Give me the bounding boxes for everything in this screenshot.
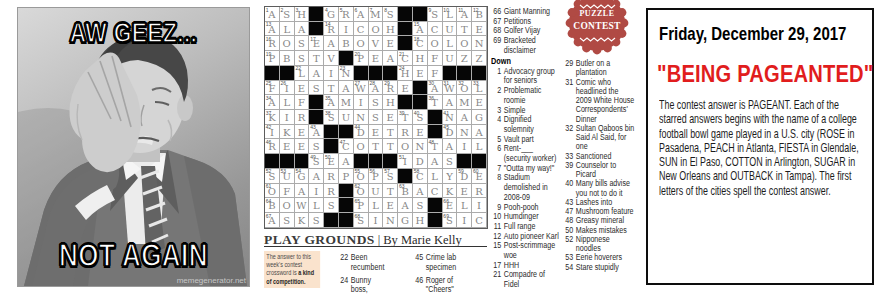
- grid-cell: T: [309, 51, 324, 66]
- grid-cell: W: [295, 198, 310, 213]
- black-cell: [428, 198, 443, 213]
- grid-cell: S: [280, 213, 295, 228]
- cell-letter: I: [398, 154, 412, 168]
- grid-cell: B: [280, 51, 295, 66]
- black-cell: [309, 22, 324, 37]
- cell-letter: C: [472, 213, 486, 227]
- grid-cell: A: [339, 81, 354, 96]
- grid-cell: 43A: [309, 125, 324, 140]
- cell-letter: B: [339, 36, 353, 50]
- grid-cell: T: [457, 22, 472, 37]
- grid-cell: 41N: [443, 110, 458, 125]
- grid-cell: A: [295, 184, 310, 199]
- grid-cell: E: [472, 95, 487, 110]
- grid-cell: L: [280, 95, 295, 110]
- crossword-grid: 1A2S3H4G5R6A7M8S9S10L11A12B13ALA14RICOH1…: [264, 6, 488, 229]
- cell-letter: O: [457, 36, 471, 50]
- grid-cell: E: [383, 198, 398, 213]
- cell-letter: I: [265, 125, 279, 139]
- cell-letter: K: [443, 184, 457, 198]
- cell-letter: E: [413, 66, 427, 80]
- grid-cell: K: [295, 213, 310, 228]
- grid-cell: U: [443, 22, 458, 37]
- grid-cell: 12B: [472, 7, 487, 22]
- cell-letter: K: [295, 213, 309, 227]
- black-cell: [443, 66, 458, 81]
- black-cell: [413, 81, 428, 96]
- clue-item: 1Advocacy group for seniors: [491, 67, 560, 86]
- cell-letter: I: [457, 139, 471, 153]
- cell-letter: N: [383, 213, 397, 227]
- grid-cell: 1A: [265, 7, 280, 22]
- cell-letter: E: [324, 154, 338, 168]
- grid-cell: L: [472, 139, 487, 154]
- cell-letter: C: [428, 22, 442, 36]
- clue-item-text: Nipponese noodles: [576, 235, 636, 254]
- grid-cell: 21C: [398, 51, 413, 66]
- clue-column-1: 66Giant Manning67Petitions68Golfer Vijay…: [491, 7, 560, 290]
- grid-cell: 61O: [265, 184, 280, 199]
- grid-cell: 69S: [443, 213, 458, 228]
- grid-cell: U: [369, 184, 384, 199]
- cell-letter: O: [369, 22, 383, 36]
- grid-cell: 18C: [413, 36, 428, 51]
- cell-letter: S: [309, 139, 323, 153]
- black-cell: [339, 51, 354, 66]
- clue-item-number: 1: [491, 67, 504, 86]
- grid-cell: O: [280, 198, 295, 213]
- cell-letter: N: [472, 36, 486, 50]
- grid-cell: 22L: [295, 66, 310, 81]
- cell-letter: E: [443, 198, 457, 212]
- clue-item-number: 22: [338, 253, 351, 272]
- grid-cell: M: [457, 95, 472, 110]
- grid-cell: L: [428, 169, 443, 184]
- cell-letter: K: [280, 125, 294, 139]
- grid-cell: R: [398, 125, 413, 140]
- clue-item: 29Butler on a plantation: [563, 59, 636, 78]
- cell-letter: T: [324, 81, 338, 95]
- cell-letter: U: [443, 51, 457, 65]
- grid-cell: E: [295, 81, 310, 96]
- cell-letter: L: [443, 36, 457, 50]
- cell-letter: W: [354, 81, 368, 95]
- grid-cell: A: [443, 139, 458, 154]
- cell-letter: S: [443, 154, 457, 168]
- grid-cell: G: [472, 110, 487, 125]
- grid-cell: E: [295, 139, 310, 154]
- cell-letter: D: [354, 125, 368, 139]
- clue-item-number: 15: [491, 241, 504, 260]
- grid-cell: 26I: [280, 81, 295, 96]
- grid-cell: A: [443, 95, 458, 110]
- cell-letter: S: [324, 110, 338, 124]
- grid-cell: 45D: [443, 125, 458, 140]
- bottom-clues-right: 45Crime lab specimen46Roger of "Cheers": [413, 253, 466, 295]
- cell-letter: O: [428, 36, 442, 50]
- grid-cell: 62O: [354, 184, 369, 199]
- grid-cell: V: [324, 51, 339, 66]
- cell-letter: A: [443, 139, 457, 153]
- grid-cell: 16R: [265, 36, 280, 51]
- grid-cell: E: [383, 36, 398, 51]
- grid-cell: 17E: [309, 36, 324, 51]
- cell-letter: I: [472, 198, 486, 212]
- cell-letter: C: [354, 22, 368, 36]
- grid-cell: L: [309, 198, 324, 213]
- clue-item-number: 24: [338, 276, 351, 295]
- cell-letter: E: [398, 81, 412, 95]
- cell-letter: A: [457, 7, 471, 21]
- grid-cell: L: [457, 198, 472, 213]
- clue-item: 6Rent-___ (security worker): [491, 144, 560, 163]
- grid-cell: F: [428, 66, 443, 81]
- black-cell: [369, 66, 384, 81]
- clue-item-number: 29: [563, 59, 576, 78]
- clue-item-number: 4: [491, 115, 504, 134]
- grid-cell: 44D: [354, 125, 369, 140]
- cell-letter: M: [369, 7, 383, 21]
- grid-cell: E: [413, 125, 428, 140]
- black-cell: [369, 154, 384, 169]
- cell-letter: R: [324, 169, 338, 183]
- black-cell: [339, 125, 354, 140]
- clue-item-number: 45: [413, 253, 426, 272]
- grid-cell: N: [354, 110, 369, 125]
- clue-item-number: 69: [491, 36, 504, 55]
- grid-cell: Y: [443, 169, 458, 184]
- grid-cell: H: [383, 22, 398, 37]
- cell-letter: N: [443, 110, 457, 124]
- cell-letter: T: [428, 139, 442, 153]
- cell-letter: S: [413, 198, 427, 212]
- cell-letter: S: [280, 7, 294, 21]
- grid-cell: S: [369, 95, 384, 110]
- grid-cell: N: [383, 213, 398, 228]
- black-cell: [398, 7, 413, 22]
- grid-cell: A: [339, 154, 354, 169]
- clue-item: 32Sultan Qaboos bin Said Al Said, for on…: [563, 124, 636, 152]
- clue-item-text: Roger of "Cheers": [426, 276, 466, 295]
- grid-cell: A: [309, 169, 324, 184]
- grid-cell: 54G: [295, 169, 310, 184]
- grid-cell: 37K: [265, 110, 280, 125]
- cell-letter: P: [339, 169, 353, 183]
- cell-letter: Y: [443, 169, 457, 183]
- date-heading: Friday, December 29, 2017: [659, 23, 846, 45]
- grid-cell: 31W: [443, 81, 458, 96]
- grid-cell: 24H: [398, 66, 413, 81]
- cell-letter: S: [428, 7, 442, 21]
- cell-letter: E: [295, 125, 309, 139]
- cell-letter: T: [428, 95, 442, 109]
- clue-item-text: Bunny boss, familiarly: [351, 276, 388, 295]
- clue-item: 4Dignified solemnity: [491, 115, 560, 134]
- clue-item: 52Nipponese noodles: [563, 235, 636, 254]
- contest-badge-seal: PUZZLE CONTEST: [560, 0, 634, 59]
- clue-item-text: Sultan Qaboos bin Said Al Said, for one: [576, 124, 636, 152]
- grid-cell: 35A: [324, 95, 339, 110]
- cell-letter: A: [295, 22, 309, 36]
- cell-letter: R: [324, 184, 338, 198]
- cell-letter: U: [443, 22, 457, 36]
- cell-letter: E: [383, 36, 397, 50]
- cell-letter: A: [309, 169, 323, 183]
- cell-letter: I: [339, 22, 353, 36]
- cell-letter: C: [398, 51, 412, 65]
- cell-letter: O: [354, 139, 368, 153]
- clue-item-text: Post-scrimmage woe: [504, 241, 560, 260]
- cell-letter: A: [443, 95, 457, 109]
- cell-letter: A: [457, 110, 471, 124]
- cell-letter: S: [309, 213, 323, 227]
- grid-cell: I: [324, 66, 339, 81]
- cell-letter: G: [472, 110, 486, 124]
- cell-letter: A: [398, 198, 412, 212]
- grid-cell: R: [295, 110, 310, 125]
- black-cell: [309, 95, 324, 110]
- black-cell: [428, 110, 443, 125]
- grid-cell: 57S: [383, 169, 398, 184]
- screenshot-canvas: AW GEEZ... NOT AGAIN memegenerator.net 1…: [0, 0, 880, 295]
- grid-cell: L: [443, 36, 458, 51]
- clue-column-2: 29Butler on a plantation31Comic who head…: [563, 59, 636, 272]
- title-rule: [264, 246, 487, 247]
- grid-cell: T: [383, 184, 398, 199]
- grid-cell: 42I: [265, 125, 280, 140]
- grid-cell: T: [369, 139, 384, 154]
- grid-cell: K: [280, 125, 295, 140]
- black-cell: [339, 198, 354, 213]
- grid-cell: R: [472, 184, 487, 199]
- cell-letter: R: [472, 184, 486, 198]
- cell-letter: G: [295, 169, 309, 183]
- grid-cell: I: [280, 110, 295, 125]
- black-cell: [309, 7, 324, 22]
- cell-letter: T: [398, 110, 412, 124]
- grid-cell: I: [354, 95, 369, 110]
- cell-letter: C: [413, 169, 427, 183]
- grid-cell: I: [369, 213, 384, 228]
- cell-letter: F: [280, 184, 294, 198]
- cell-letter: C: [413, 36, 427, 50]
- cell-letter: O: [457, 81, 471, 95]
- cell-letter: F: [428, 66, 442, 80]
- clue-item-text: Crime lab specimen: [426, 253, 466, 272]
- cell-letter: A: [295, 184, 309, 198]
- grid-cell: B: [339, 36, 354, 51]
- meme-photo: AW GEEZ... NOT AGAIN memegenerator.net: [17, 7, 250, 287]
- cell-letter: D: [443, 125, 457, 139]
- cell-letter: O: [354, 184, 368, 198]
- grid-cell: 56P: [369, 169, 384, 184]
- grid-cell: A: [309, 66, 324, 81]
- clue-item: 39Counselor to Picard: [563, 161, 636, 180]
- cell-letter: A: [428, 154, 442, 168]
- grid-cell: S: [295, 51, 310, 66]
- cell-letter: O: [354, 36, 368, 50]
- grid-cell: E: [457, 184, 472, 199]
- cell-letter: O: [280, 198, 294, 212]
- grid-cell: A: [413, 184, 428, 199]
- cell-letter: R: [383, 81, 397, 95]
- grid-cell: O: [457, 36, 472, 51]
- cell-letter: T: [383, 184, 397, 198]
- cell-letter: B: [398, 184, 412, 198]
- contest-answer-panel: Friday, December 29, 2017 "BEING PAGEANT…: [646, 8, 874, 285]
- cell-letter: N: [457, 125, 471, 139]
- cell-letter: T: [383, 125, 397, 139]
- grid-cell: G: [398, 213, 413, 228]
- grid-cell: 9S: [428, 7, 443, 22]
- grid-cell: A: [383, 51, 398, 66]
- cell-letter: I: [457, 213, 471, 227]
- grid-cell: I: [339, 22, 354, 37]
- black-cell: [457, 154, 472, 169]
- grid-cell: T: [383, 125, 398, 140]
- black-cell: [324, 139, 339, 154]
- grid-cell: D: [413, 154, 428, 169]
- clue-item-number: 21: [491, 270, 504, 289]
- grid-cell: 33L: [472, 81, 487, 96]
- grid-cell: 23N: [339, 66, 354, 81]
- grid-cell: 53U: [280, 169, 295, 184]
- grid-cell: N: [457, 125, 472, 140]
- grid-cell: A: [295, 22, 310, 37]
- grid-cell: F: [280, 184, 295, 199]
- grid-cell: E: [369, 125, 384, 140]
- grid-cell: A: [472, 125, 487, 140]
- grid-cell: 51I: [398, 154, 413, 169]
- cell-letter: B: [280, 51, 294, 65]
- cell-letter: O: [280, 36, 294, 50]
- grid-cell: 40S: [413, 110, 428, 125]
- cell-letter: E: [383, 198, 397, 212]
- grid-cell: 6A: [354, 7, 369, 22]
- cell-letter: E: [295, 139, 309, 153]
- cell-letter: A: [472, 125, 486, 139]
- grid-cell: 49S: [309, 154, 324, 169]
- cell-letter: S: [383, 7, 397, 21]
- badge-word-1: PUZZLE: [579, 9, 614, 18]
- grid-cell: 27W: [354, 81, 369, 96]
- grid-cell: 15A: [413, 22, 428, 37]
- cell-letter: L: [472, 81, 486, 95]
- black-cell: [428, 213, 443, 228]
- cell-letter: R: [324, 22, 338, 36]
- cell-letter: A: [309, 66, 323, 80]
- cell-letter: P: [354, 198, 368, 212]
- cell-letter: B: [265, 198, 279, 212]
- cell-letter: R: [265, 139, 279, 153]
- grid-cell: 67A: [265, 213, 280, 228]
- cell-letter: S: [295, 51, 309, 65]
- cell-letter: A: [354, 7, 368, 21]
- grid-cell: S: [443, 154, 458, 169]
- grid-cell: 66E: [443, 198, 458, 213]
- grid-cell: K: [443, 184, 458, 199]
- grid-cell: M: [339, 95, 354, 110]
- black-cell: [324, 213, 339, 228]
- down-header: Down: [491, 57, 560, 67]
- grid-cell: 47C: [339, 139, 354, 154]
- clue-item-number: 39: [563, 161, 576, 180]
- black-cell: [472, 154, 487, 169]
- cell-letter: L: [309, 198, 323, 212]
- cell-letter: E: [295, 81, 309, 95]
- cell-letter: F: [295, 95, 309, 109]
- clue-item: 15Post-scrimmage woe: [491, 241, 560, 260]
- grid-cell: 55O: [354, 169, 369, 184]
- cell-letter: H: [383, 95, 397, 109]
- clue-item-number: 31: [563, 78, 576, 124]
- grid-cell: Z: [472, 51, 487, 66]
- grid-cell: O: [354, 139, 369, 154]
- clue-item-number: 46: [413, 276, 426, 295]
- clue-item-text: Dignified solemnity: [504, 115, 560, 134]
- clue-item: 45Crime lab specimen: [413, 253, 466, 272]
- cell-letter: P: [369, 169, 383, 183]
- clue-item: 40Many bills advise you not to do it: [563, 179, 636, 198]
- clue-item: 8Stadium demolished in 2008-09: [491, 173, 560, 202]
- grid-cell: V: [369, 36, 384, 51]
- cell-letter: G: [324, 7, 338, 21]
- grid-cell: 28A: [369, 81, 384, 96]
- grid-cell: 68S: [354, 213, 369, 228]
- grid-cell: T: [383, 139, 398, 154]
- grid-cell: P: [339, 169, 354, 184]
- grid-cell: I: [457, 213, 472, 228]
- clue-item-text: Problematic roomie: [504, 86, 560, 105]
- clue-item-text: Comic who headlined the 2009 White House…: [576, 78, 636, 124]
- black-cell: [354, 154, 369, 169]
- grid-cell: A: [324, 36, 339, 51]
- grid-cell: O: [398, 139, 413, 154]
- black-cell: [413, 7, 428, 22]
- grid-cell: I: [457, 139, 472, 154]
- cell-letter: N: [354, 110, 368, 124]
- clue-item-text: Compadre of Fidel: [504, 270, 560, 289]
- grid-cell: S: [324, 198, 339, 213]
- cell-letter: N: [339, 66, 353, 80]
- grid-cell: A: [398, 198, 413, 213]
- grid-cell: 20P: [354, 51, 369, 66]
- cell-letter: E: [369, 51, 383, 65]
- grid-cell: E: [472, 22, 487, 37]
- cell-letter: I: [354, 95, 368, 109]
- cell-letter: U: [369, 184, 383, 198]
- grid-cell: Z: [457, 51, 472, 66]
- cell-letter: H: [295, 7, 309, 21]
- cell-letter: I: [309, 184, 323, 198]
- clue-item-number: 40: [563, 179, 576, 198]
- clue-item: 22Been recumbent: [338, 253, 387, 272]
- cell-letter: S: [309, 154, 323, 168]
- grid-cell: H: [413, 213, 428, 228]
- grid-cell: L: [280, 22, 295, 37]
- black-cell: [413, 95, 428, 110]
- cell-letter: C: [339, 139, 353, 153]
- cell-letter: L: [457, 198, 471, 212]
- cell-letter: A: [324, 36, 338, 50]
- cell-letter: A: [413, 184, 427, 198]
- grid-cell: 38S: [324, 110, 339, 125]
- cell-letter: U: [280, 169, 294, 183]
- cell-letter: S: [309, 81, 323, 95]
- cell-letter: A: [309, 125, 323, 139]
- cell-letter: R: [398, 125, 412, 139]
- puzzle-byline: By Marie Kelly: [383, 233, 461, 247]
